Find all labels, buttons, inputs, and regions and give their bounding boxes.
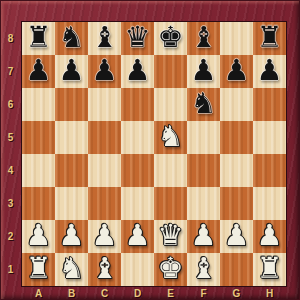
piece-white-rook[interactable]: ♜ bbox=[257, 252, 283, 285]
piece-white-bishop[interactable]: ♝ bbox=[191, 252, 217, 285]
square-e5[interactable]: ♞ bbox=[154, 121, 187, 154]
rank-labels: 87654321 bbox=[0, 22, 21, 286]
piece-black-queen[interactable]: ♛ bbox=[125, 21, 151, 54]
rank-label-3: 3 bbox=[0, 187, 21, 220]
piece-black-bishop[interactable]: ♝ bbox=[92, 21, 118, 54]
file-label-b: B bbox=[55, 287, 88, 300]
piece-black-pawn[interactable]: ♟ bbox=[59, 54, 85, 87]
piece-black-king[interactable]: ♚ bbox=[158, 21, 184, 54]
file-label-c: C bbox=[88, 287, 121, 300]
piece-white-pawn[interactable]: ♟ bbox=[92, 219, 118, 252]
square-h5[interactable] bbox=[253, 121, 286, 154]
piece-black-rook[interactable]: ♜ bbox=[257, 21, 283, 54]
square-g6[interactable] bbox=[220, 88, 253, 121]
piece-black-pawn[interactable]: ♟ bbox=[224, 54, 250, 87]
square-c6[interactable] bbox=[88, 88, 121, 121]
square-d2[interactable]: ♟ bbox=[121, 220, 154, 253]
square-f1[interactable]: ♝ bbox=[187, 253, 220, 286]
square-f8[interactable]: ♝ bbox=[187, 22, 220, 55]
rank-label-8: 8 bbox=[0, 22, 21, 55]
square-g8[interactable] bbox=[220, 22, 253, 55]
square-e3[interactable] bbox=[154, 187, 187, 220]
square-g1[interactable] bbox=[220, 253, 253, 286]
square-b8[interactable]: ♞ bbox=[55, 22, 88, 55]
square-h1[interactable]: ♜ bbox=[253, 253, 286, 286]
file-label-d: D bbox=[121, 287, 154, 300]
square-f5[interactable] bbox=[187, 121, 220, 154]
square-c8[interactable]: ♝ bbox=[88, 22, 121, 55]
square-b7[interactable]: ♟ bbox=[55, 55, 88, 88]
square-h8[interactable]: ♜ bbox=[253, 22, 286, 55]
square-f6[interactable]: ♞ bbox=[187, 88, 220, 121]
piece-white-pawn[interactable]: ♟ bbox=[26, 219, 52, 252]
square-c7[interactable]: ♟ bbox=[88, 55, 121, 88]
square-g3[interactable] bbox=[220, 187, 253, 220]
piece-black-pawn[interactable]: ♟ bbox=[92, 54, 118, 87]
square-a2[interactable]: ♟ bbox=[22, 220, 55, 253]
square-d5[interactable] bbox=[121, 121, 154, 154]
square-b3[interactable] bbox=[55, 187, 88, 220]
square-c5[interactable] bbox=[88, 121, 121, 154]
square-d1[interactable] bbox=[121, 253, 154, 286]
board-frame: 87654321 ABCDEFGH ♜♞♝♛♚♝♜♟♟♟♟♟♟♟♞♞♟♟♟♟♛♟… bbox=[0, 0, 300, 300]
piece-white-pawn[interactable]: ♟ bbox=[257, 219, 283, 252]
square-b5[interactable] bbox=[55, 121, 88, 154]
square-a8[interactable]: ♜ bbox=[22, 22, 55, 55]
square-d7[interactable]: ♟ bbox=[121, 55, 154, 88]
piece-white-rook[interactable]: ♜ bbox=[26, 252, 52, 285]
square-c2[interactable]: ♟ bbox=[88, 220, 121, 253]
piece-white-knight[interactable]: ♞ bbox=[158, 120, 184, 153]
piece-black-rook[interactable]: ♜ bbox=[26, 21, 52, 54]
piece-black-knight[interactable]: ♞ bbox=[59, 21, 85, 54]
piece-black-pawn[interactable]: ♟ bbox=[26, 54, 52, 87]
square-e6[interactable] bbox=[154, 88, 187, 121]
square-h3[interactable] bbox=[253, 187, 286, 220]
square-g2[interactable]: ♟ bbox=[220, 220, 253, 253]
square-g4[interactable] bbox=[220, 154, 253, 187]
file-labels: ABCDEFGH bbox=[22, 287, 286, 300]
square-c1[interactable]: ♝ bbox=[88, 253, 121, 286]
piece-white-pawn[interactable]: ♟ bbox=[125, 219, 151, 252]
rank-label-7: 7 bbox=[0, 55, 21, 88]
square-a3[interactable] bbox=[22, 187, 55, 220]
piece-white-bishop[interactable]: ♝ bbox=[92, 252, 118, 285]
rank-label-1: 1 bbox=[0, 253, 21, 286]
square-h4[interactable] bbox=[253, 154, 286, 187]
square-f3[interactable] bbox=[187, 187, 220, 220]
file-label-a: A bbox=[22, 287, 55, 300]
file-label-e: E bbox=[154, 287, 187, 300]
square-e4[interactable] bbox=[154, 154, 187, 187]
file-label-g: G bbox=[220, 287, 253, 300]
square-a6[interactable] bbox=[22, 88, 55, 121]
square-h2[interactable]: ♟ bbox=[253, 220, 286, 253]
square-e7[interactable] bbox=[154, 55, 187, 88]
square-e8[interactable]: ♚ bbox=[154, 22, 187, 55]
square-d4[interactable] bbox=[121, 154, 154, 187]
square-e1[interactable]: ♚ bbox=[154, 253, 187, 286]
file-label-h: H bbox=[253, 287, 286, 300]
piece-black-pawn[interactable]: ♟ bbox=[125, 54, 151, 87]
piece-white-pawn[interactable]: ♟ bbox=[59, 219, 85, 252]
piece-black-pawn[interactable]: ♟ bbox=[191, 54, 217, 87]
file-label-f: F bbox=[187, 287, 220, 300]
piece-white-knight[interactable]: ♞ bbox=[59, 252, 85, 285]
square-b1[interactable]: ♞ bbox=[55, 253, 88, 286]
rank-label-4: 4 bbox=[0, 154, 21, 187]
square-c3[interactable] bbox=[88, 187, 121, 220]
square-g7[interactable]: ♟ bbox=[220, 55, 253, 88]
square-h7[interactable]: ♟ bbox=[253, 55, 286, 88]
square-b4[interactable] bbox=[55, 154, 88, 187]
square-a7[interactable]: ♟ bbox=[22, 55, 55, 88]
square-f2[interactable]: ♟ bbox=[187, 220, 220, 253]
square-a5[interactable] bbox=[22, 121, 55, 154]
square-f7[interactable]: ♟ bbox=[187, 55, 220, 88]
square-f4[interactable] bbox=[187, 154, 220, 187]
piece-black-pawn[interactable]: ♟ bbox=[257, 54, 283, 87]
square-a1[interactable]: ♜ bbox=[22, 253, 55, 286]
square-a4[interactable] bbox=[22, 154, 55, 187]
piece-black-bishop[interactable]: ♝ bbox=[191, 21, 217, 54]
rank-label-6: 6 bbox=[0, 88, 21, 121]
square-d6[interactable] bbox=[121, 88, 154, 121]
rank-label-5: 5 bbox=[0, 121, 21, 154]
square-g5[interactable] bbox=[220, 121, 253, 154]
square-c4[interactable] bbox=[88, 154, 121, 187]
square-b6[interactable] bbox=[55, 88, 88, 121]
piece-white-pawn[interactable]: ♟ bbox=[224, 219, 250, 252]
square-h6[interactable] bbox=[253, 88, 286, 121]
square-b2[interactable]: ♟ bbox=[55, 220, 88, 253]
square-d3[interactable] bbox=[121, 187, 154, 220]
piece-white-pawn[interactable]: ♟ bbox=[191, 219, 217, 252]
square-e2[interactable]: ♛ bbox=[154, 220, 187, 253]
piece-white-king[interactable]: ♚ bbox=[158, 252, 184, 285]
piece-black-knight[interactable]: ♞ bbox=[191, 87, 217, 120]
chess-board[interactable]: ♜♞♝♛♚♝♜♟♟♟♟♟♟♟♞♞♟♟♟♟♛♟♟♟♜♞♝♚♝♜ bbox=[21, 21, 287, 287]
square-d8[interactable]: ♛ bbox=[121, 22, 154, 55]
piece-white-queen[interactable]: ♛ bbox=[158, 219, 184, 252]
rank-label-2: 2 bbox=[0, 220, 21, 253]
